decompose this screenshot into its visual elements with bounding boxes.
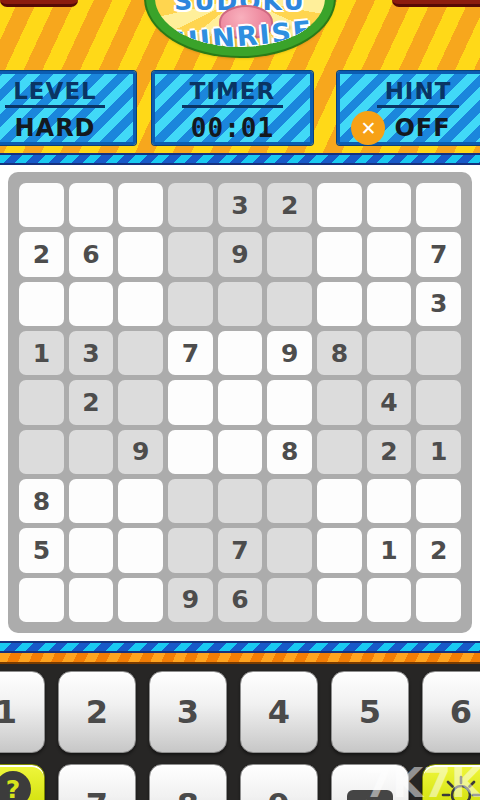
sudoku-board: 3226973137982498218571296 (8, 172, 472, 633)
sudoku-cell-r7c5[interactable] (218, 479, 263, 523)
sudoku-cell-r7c4[interactable] (168, 479, 213, 523)
timer-value: 00:01 (155, 113, 310, 143)
sudoku-cell-r4c6[interactable]: 9 (267, 331, 312, 375)
sudoku-cell-r1c3[interactable] (118, 183, 163, 227)
sudoku-cell-r7c7[interactable] (317, 479, 362, 523)
sudoku-cell-r3c6[interactable] (267, 282, 312, 326)
sudoku-cell-r9c1[interactable] (19, 578, 64, 622)
sudoku-cell-r8c8[interactable]: 1 (367, 528, 412, 572)
sudoku-cell-r6c6[interactable]: 8 (267, 430, 312, 474)
sudoku-cell-r5c5[interactable] (218, 380, 263, 424)
level-panel: LEVEL HARD (0, 71, 136, 145)
sudoku-cell-r9c4[interactable]: 9 (168, 578, 213, 622)
sudoku-cell-r6c4[interactable] (168, 430, 213, 474)
sudoku-cell-r8c9[interactable]: 2 (416, 528, 461, 572)
sudoku-cell-r7c2[interactable] (69, 479, 114, 523)
sudoku-cell-r2c3[interactable] (118, 232, 163, 276)
key-6[interactable]: 6 (422, 671, 480, 753)
key-8[interactable]: 8 (149, 764, 227, 800)
sudoku-cell-r6c1[interactable] (19, 430, 64, 474)
sudoku-cell-r2c4[interactable] (168, 232, 213, 276)
sudoku-cell-r1c5[interactable]: 3 (218, 183, 263, 227)
key-2[interactable]: 2 (58, 671, 136, 753)
sudoku-cell-r4c7[interactable]: 8 (317, 331, 362, 375)
sudoku-cell-r8c4[interactable] (168, 528, 213, 572)
sudoku-cell-r4c9[interactable] (416, 331, 461, 375)
sudoku-cell-r7c3[interactable] (118, 479, 163, 523)
sudoku-cell-r9c2[interactable] (69, 578, 114, 622)
sudoku-cell-r3c7[interactable] (317, 282, 362, 326)
sudoku-cell-r2c2[interactable]: 6 (69, 232, 114, 276)
sudoku-cell-r4c1[interactable]: 1 (19, 331, 64, 375)
top-right-tab[interactable] (392, 0, 480, 7)
x-circle-icon[interactable]: ✕ (351, 111, 385, 145)
sudoku-cell-r4c5[interactable] (218, 331, 263, 375)
sudoku-cell-r9c8[interactable] (367, 578, 412, 622)
sudoku-cell-r2c6[interactable] (267, 232, 312, 276)
sudoku-cell-r9c7[interactable] (317, 578, 362, 622)
key-4[interactable]: 4 (240, 671, 318, 753)
sudoku-cell-r6c3[interactable]: 9 (118, 430, 163, 474)
question-icon: ? (0, 771, 31, 800)
sudoku-cell-r1c7[interactable] (317, 183, 362, 227)
sudoku-cell-r7c9[interactable] (416, 479, 461, 523)
sudoku-cell-r5c4[interactable] (168, 380, 213, 424)
sudoku-cell-r1c1[interactable] (19, 183, 64, 227)
sudoku-cell-r4c3[interactable] (118, 331, 163, 375)
sudoku-cell-r6c2[interactable] (69, 430, 114, 474)
level-value: HARD (0, 114, 133, 142)
sudoku-cell-r1c9[interactable] (416, 183, 461, 227)
sudoku-cell-r9c5[interactable]: 6 (218, 578, 263, 622)
sudoku-cell-r3c8[interactable] (367, 282, 412, 326)
sudoku-cell-r3c4[interactable] (168, 282, 213, 326)
logo-title-bottom: SUNRISE (154, 14, 326, 56)
sudoku-cell-r3c1[interactable] (19, 282, 64, 326)
bottom-stripe-divider (0, 641, 480, 653)
sudoku-cell-r6c7[interactable] (317, 430, 362, 474)
timer-panel: TIMER 00:01 (152, 71, 313, 145)
key-9[interactable]: 9 (240, 764, 318, 800)
sudoku-cell-r5c7[interactable] (317, 380, 362, 424)
sudoku-cell-r5c8[interactable]: 4 (367, 380, 412, 424)
sudoku-cell-r4c2[interactable]: 3 (69, 331, 114, 375)
sudoku-cell-r8c5[interactable]: 7 (218, 528, 263, 572)
sudoku-cell-r8c3[interactable] (118, 528, 163, 572)
game-screen: SUDOKU SUNRISE LEVEL HARD TIMER 00:01 HI… (0, 0, 480, 800)
sudoku-cell-r4c4[interactable]: 7 (168, 331, 213, 375)
sudoku-cell-r8c6[interactable] (267, 528, 312, 572)
key-1[interactable]: 1 (0, 671, 45, 753)
timer-label: TIMER (182, 78, 284, 108)
sudoku-cell-r2c8[interactable] (367, 232, 412, 276)
sudoku-cell-r9c6[interactable] (267, 578, 312, 622)
sudoku-cell-r5c9[interactable] (416, 380, 461, 424)
sudoku-cell-r6c8[interactable]: 2 (367, 430, 412, 474)
sudoku-cell-r3c2[interactable] (69, 282, 114, 326)
hint-value: OFF (394, 114, 450, 142)
sudoku-cell-r9c3[interactable] (118, 578, 163, 622)
sudoku-cell-r5c3[interactable] (118, 380, 163, 424)
sudoku-cell-r9c9[interactable] (416, 578, 461, 622)
sudoku-cell-r2c7[interactable] (317, 232, 362, 276)
level-label: LEVEL (5, 78, 105, 108)
site-watermark: 7K7K (364, 760, 480, 800)
sudoku-cell-r5c1[interactable] (19, 380, 64, 424)
hint-panel[interactable]: HINT ✕ OFF (337, 71, 480, 145)
sudoku-cell-r8c7[interactable] (317, 528, 362, 572)
sudoku-cell-r6c9[interactable]: 1 (416, 430, 461, 474)
sudoku-cell-r7c1[interactable]: 8 (19, 479, 64, 523)
orange-stripe-divider (0, 653, 480, 664)
sudoku-cell-r7c6[interactable] (267, 479, 312, 523)
hint-label: HINT (377, 78, 460, 108)
sudoku-cell-r6c5[interactable] (218, 430, 263, 474)
sudoku-cell-r3c5[interactable] (218, 282, 263, 326)
sudoku-cell-r1c8[interactable] (367, 183, 412, 227)
sudoku-cell-r5c6[interactable] (267, 380, 312, 424)
sudoku-cell-r1c6[interactable]: 2 (267, 183, 312, 227)
sudoku-cell-r2c1[interactable]: 2 (19, 232, 64, 276)
sudoku-cell-r1c2[interactable] (69, 183, 114, 227)
sudoku-cell-r8c2[interactable] (69, 528, 114, 572)
sudoku-cell-r2c5[interactable]: 9 (218, 232, 263, 276)
game-logo: SUDOKU SUNRISE (146, 0, 334, 56)
top-left-tab[interactable] (0, 0, 78, 7)
sudoku-cell-r8c1[interactable]: 5 (19, 528, 64, 572)
sudoku-cell-r2c9[interactable]: 7 (416, 232, 461, 276)
sudoku-cell-r1c4[interactable] (168, 183, 213, 227)
sudoku-cell-r3c3[interactable] (118, 282, 163, 326)
help-key[interactable]: ? (0, 764, 45, 800)
key-3[interactable]: 3 (149, 671, 227, 753)
sudoku-cell-r4c8[interactable] (367, 331, 412, 375)
sudoku-cell-r5c2[interactable]: 2 (69, 380, 114, 424)
key-5[interactable]: 5 (331, 671, 409, 753)
sudoku-cell-r3c9[interactable]: 3 (416, 282, 461, 326)
sudoku-cell-r7c8[interactable] (367, 479, 412, 523)
top-stripe-divider (0, 153, 480, 165)
key-7[interactable]: 7 (58, 764, 136, 800)
